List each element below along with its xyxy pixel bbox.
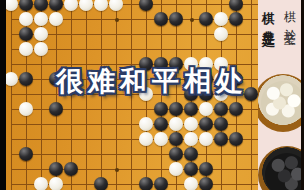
black-stone-bowl	[258, 146, 301, 190]
white-stone	[19, 102, 33, 116]
white-stone	[139, 132, 153, 146]
white-stone	[154, 132, 168, 146]
black-stone	[139, 177, 153, 190]
video-frame: 很难和平相处 棋 芈昱廷 棋 於之莹	[0, 0, 304, 190]
white-stone	[49, 12, 63, 26]
black-stone	[214, 102, 228, 116]
white-stone	[49, 177, 63, 190]
player-label-yu-zhiying: 棋 於之莹	[281, 1, 298, 25]
black-stone	[229, 102, 243, 116]
black-stone	[184, 147, 198, 161]
black-stone	[199, 177, 213, 190]
letterbox-bar-right	[301, 0, 304, 190]
black-stone	[49, 162, 63, 176]
white-stone	[19, 42, 33, 56]
white-stone	[169, 162, 183, 176]
black-stone	[154, 177, 168, 190]
black-stone	[169, 102, 183, 116]
white-stone	[214, 27, 228, 41]
black-stone	[199, 117, 213, 131]
sidebar-panel: 棋 芈昱廷 棋 於之莹	[258, 0, 301, 190]
white-stone	[214, 12, 228, 26]
black-stone	[19, 147, 33, 161]
star-point	[115, 18, 119, 22]
black-stone	[49, 102, 63, 116]
white-stone	[184, 132, 198, 146]
black-stones-in-bowl	[265, 153, 301, 190]
caption-overlay: 很难和平相处	[56, 64, 266, 98]
white-stone	[184, 177, 198, 190]
star-point	[190, 18, 194, 22]
white-stone	[169, 117, 183, 131]
white-stone	[199, 132, 213, 146]
black-stone	[229, 12, 243, 26]
black-stone	[184, 102, 198, 116]
white-stones-in-bowl	[261, 81, 301, 125]
white-stone	[34, 42, 48, 56]
black-stone	[229, 132, 243, 146]
white-stone	[184, 117, 198, 131]
white-stone-bowl	[258, 74, 301, 132]
black-stone	[154, 102, 168, 116]
white-stone	[19, 12, 33, 26]
white-stone	[34, 177, 48, 190]
white-stone	[34, 27, 48, 41]
black-stone	[169, 12, 183, 26]
black-stone	[199, 12, 213, 26]
black-stone	[214, 117, 228, 131]
white-stone	[4, 72, 18, 86]
black-stone	[154, 12, 168, 26]
star-point	[115, 168, 119, 172]
black-stone	[64, 162, 78, 176]
white-stone	[199, 102, 213, 116]
black-stone	[184, 162, 198, 176]
black-stone	[94, 177, 108, 190]
black-stone	[199, 162, 213, 176]
black-stone	[19, 72, 33, 86]
white-stone	[34, 12, 48, 26]
black-stone	[214, 132, 228, 146]
black-stone	[169, 132, 183, 146]
letterbox-bar-left	[0, 0, 6, 190]
black-stone	[19, 27, 33, 41]
white-stone	[139, 117, 153, 131]
player-label-mi-yuting: 棋 芈昱廷	[259, 1, 277, 26]
black-stone	[169, 147, 183, 161]
black-stone	[154, 117, 168, 131]
